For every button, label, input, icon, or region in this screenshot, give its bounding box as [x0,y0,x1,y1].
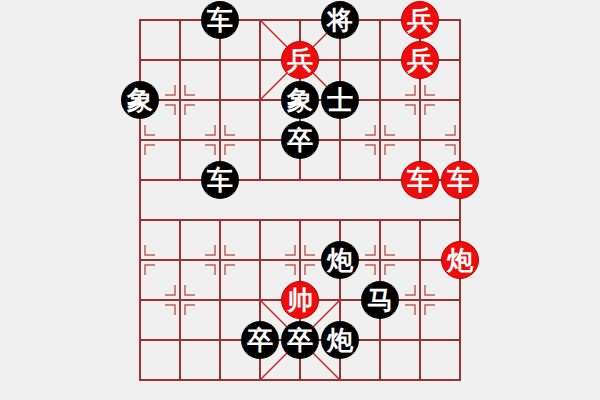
black-chariot[interactable]: 车 [201,161,239,199]
black-soldier[interactable]: 卒 [241,321,279,359]
xiangqi-board: 车将兵兵兵象象士卒车车车炮炮帅马卒卒炮 [0,0,600,400]
red-cannon[interactable]: 炮 [441,241,479,279]
black-chariot[interactable]: 车 [201,1,239,39]
black-horse[interactable]: 马 [361,281,399,319]
black-elephant[interactable]: 象 [281,81,319,119]
black-soldier[interactable]: 卒 [281,121,319,159]
black-cannon[interactable]: 炮 [321,241,359,279]
piece-grid: 车将兵兵兵象象士卒车车车炮炮帅马卒卒炮 [120,0,480,400]
black-elephant[interactable]: 象 [121,81,159,119]
black-soldier[interactable]: 卒 [281,321,319,359]
red-general[interactable]: 帅 [281,281,319,319]
black-advisor[interactable]: 士 [321,81,359,119]
red-soldier[interactable]: 兵 [281,41,319,79]
black-general[interactable]: 将 [321,1,359,39]
red-chariot[interactable]: 车 [441,161,479,199]
red-soldier[interactable]: 兵 [401,1,439,39]
black-cannon[interactable]: 炮 [321,321,359,359]
red-chariot[interactable]: 车 [401,161,439,199]
red-soldier[interactable]: 兵 [401,41,439,79]
